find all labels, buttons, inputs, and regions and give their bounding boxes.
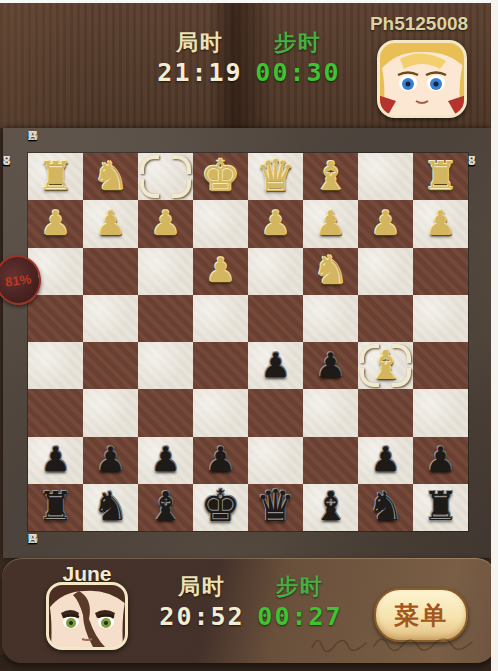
opponent-move-time-label: 步时	[258, 28, 338, 58]
black-rook-h8[interactable]: ♜	[38, 486, 74, 526]
square-e6[interactable]	[193, 389, 248, 436]
black-pawn-b7[interactable]: ♟	[370, 442, 400, 476]
square-a5[interactable]	[413, 342, 468, 389]
black-bishop-c8[interactable]: ♝	[313, 486, 349, 526]
square-g5[interactable]	[83, 342, 138, 389]
white-bishop-c1[interactable]: ♝	[313, 156, 349, 196]
black-queen-d8[interactable]: ♛	[256, 484, 295, 528]
player-move-time: 00:27	[255, 602, 345, 631]
square-d8[interactable]: ♛	[248, 484, 303, 531]
opponent-game-time-label: 局时	[160, 28, 240, 58]
white-pawn-h2[interactable]: ♟	[40, 206, 70, 240]
board-grid: ♜♞♚♛♝♜♟♟♟♟♟♟♟♟♞♟♟♝♟♟♟♟♟♟♜♞♝♚♛♝♞♜	[28, 153, 468, 531]
square-g2[interactable]: ♟	[83, 200, 138, 247]
rank-labels-left: 12345678	[3, 153, 28, 531]
white-pawn-a2[interactable]: ♟	[425, 206, 455, 240]
square-h2[interactable]: ♟	[28, 200, 83, 247]
white-pawn-f2[interactable]: ♟	[150, 206, 180, 240]
player-game-time: 20:52	[152, 602, 252, 631]
white-rook-a1[interactable]: ♜	[423, 156, 459, 196]
last-move-marker-b5	[392, 344, 411, 363]
white-pawn-d2[interactable]: ♟	[260, 206, 290, 240]
square-a1[interactable]: ♜	[413, 153, 468, 200]
square-f1[interactable]	[138, 153, 193, 200]
screenshot-edge-top	[0, 0, 498, 3]
square-e4[interactable]	[193, 295, 248, 342]
player-game-time-label: 局时	[162, 572, 242, 602]
square-f6[interactable]	[138, 389, 193, 436]
black-bishop-f8[interactable]: ♝	[148, 486, 184, 526]
square-h1[interactable]: ♜	[28, 153, 83, 200]
square-c3[interactable]: ♞	[303, 248, 358, 295]
screenshot-edge-right	[491, 0, 498, 671]
square-a6[interactable]	[413, 389, 468, 436]
opponent-bar: 局时 21:19 步时 00:30 Ph5125008	[0, 0, 498, 128]
square-e1[interactable]: ♚	[193, 153, 248, 200]
square-g1[interactable]: ♞	[83, 153, 138, 200]
square-h4[interactable]	[28, 295, 83, 342]
last-move-marker-b5	[360, 344, 379, 363]
square-a8[interactable]: ♜	[413, 484, 468, 531]
square-b8[interactable]: ♞	[358, 484, 413, 531]
square-g8[interactable]: ♞	[83, 484, 138, 531]
square-b3[interactable]	[358, 248, 413, 295]
black-pawn-c5[interactable]: ♟	[315, 348, 345, 382]
square-e5[interactable]	[193, 342, 248, 389]
square-e3[interactable]: ♟	[193, 248, 248, 295]
white-pawn-c2[interactable]: ♟	[315, 206, 345, 240]
square-c7[interactable]	[303, 437, 358, 484]
black-pawn-d5[interactable]: ♟	[260, 348, 290, 382]
white-knight-g1[interactable]: ♞	[93, 156, 129, 196]
square-d6[interactable]	[248, 389, 303, 436]
square-b6[interactable]	[358, 389, 413, 436]
square-e8[interactable]: ♚	[193, 484, 248, 531]
opponent-move-time: 00:30	[253, 58, 343, 87]
square-d7[interactable]	[248, 437, 303, 484]
square-e7[interactable]: ♟	[193, 437, 248, 484]
square-a2[interactable]: ♟	[413, 200, 468, 247]
rank-label-8: 8	[468, 153, 475, 168]
black-pawn-h7[interactable]: ♟	[40, 442, 70, 476]
white-king-e1[interactable]: ♚	[201, 154, 240, 198]
black-knight-g8[interactable]: ♞	[93, 486, 129, 526]
square-b5[interactable]: ♝	[358, 342, 413, 389]
chess-board: HGFEDCBA HGFEDCBA 12345678 12345678 ♜♞♚♛…	[3, 128, 491, 558]
player-avatar[interactable]	[46, 582, 128, 650]
square-c1[interactable]: ♝	[303, 153, 358, 200]
square-a7[interactable]: ♟	[413, 437, 468, 484]
rank-labels-right: 12345678	[468, 153, 491, 531]
last-move-marker-f1	[172, 179, 191, 198]
black-king-e8[interactable]: ♚	[201, 484, 240, 528]
square-g6[interactable]	[83, 389, 138, 436]
square-b7[interactable]: ♟	[358, 437, 413, 484]
square-d4[interactable]	[248, 295, 303, 342]
square-h8[interactable]: ♜	[28, 484, 83, 531]
square-f8[interactable]: ♝	[138, 484, 193, 531]
square-a4[interactable]	[413, 295, 468, 342]
last-move-marker-f1	[140, 155, 159, 174]
square-f5[interactable]	[138, 342, 193, 389]
square-f2[interactable]: ♟	[138, 200, 193, 247]
square-c5[interactable]: ♟	[303, 342, 358, 389]
white-queen-d1[interactable]: ♛	[256, 154, 295, 198]
black-pawn-e7[interactable]: ♟	[205, 442, 235, 476]
file-label-a: A	[28, 531, 37, 546]
square-d5[interactable]: ♟	[248, 342, 303, 389]
square-g3[interactable]	[83, 248, 138, 295]
white-pawn-g2[interactable]: ♟	[95, 206, 125, 240]
square-g4[interactable]	[83, 295, 138, 342]
wood-handwriting-decoration	[308, 630, 478, 656]
square-f3[interactable]	[138, 248, 193, 295]
last-move-marker-f1	[172, 155, 191, 174]
player-avatar-image	[49, 585, 125, 647]
last-move-marker-b5	[360, 368, 379, 387]
white-pawn-e3[interactable]: ♟	[205, 253, 235, 287]
square-b4[interactable]	[358, 295, 413, 342]
file-labels-top: HGFEDCBA	[28, 128, 468, 153]
square-d2[interactable]: ♟	[248, 200, 303, 247]
file-label-a: A	[28, 128, 37, 143]
rank-label-8: 8	[3, 153, 10, 168]
opponent-game-time: 21:19	[150, 58, 250, 87]
last-move-marker-f1	[140, 179, 159, 198]
file-labels-bottom: HGFEDCBA	[28, 531, 468, 558]
black-knight-b8[interactable]: ♞	[368, 486, 404, 526]
square-c6[interactable]	[303, 389, 358, 436]
square-e2[interactable]	[193, 200, 248, 247]
player-bar: June	[2, 558, 496, 663]
opponent-avatar-image	[380, 43, 464, 115]
opponent-avatar[interactable]	[377, 40, 467, 118]
opponent-name: Ph5125008	[358, 13, 480, 35]
square-d1[interactable]: ♛	[248, 153, 303, 200]
black-pawn-f7[interactable]: ♟	[150, 442, 180, 476]
black-rook-a8[interactable]: ♜	[423, 486, 459, 526]
square-h6[interactable]	[28, 389, 83, 436]
player-move-time-label: 步时	[260, 572, 340, 602]
white-rook-h1[interactable]: ♜	[38, 156, 74, 196]
square-b1[interactable]	[358, 153, 413, 200]
square-f4[interactable]	[138, 295, 193, 342]
square-d3[interactable]	[248, 248, 303, 295]
last-move-marker-b5	[392, 368, 411, 387]
square-g7[interactable]: ♟	[83, 437, 138, 484]
square-c4[interactable]	[303, 295, 358, 342]
square-a3[interactable]	[413, 248, 468, 295]
square-h5[interactable]	[28, 342, 83, 389]
white-pawn-b2[interactable]: ♟	[370, 206, 400, 240]
square-f7[interactable]: ♟	[138, 437, 193, 484]
black-pawn-g7[interactable]: ♟	[95, 442, 125, 476]
white-knight-c3[interactable]: ♞	[313, 250, 349, 290]
square-b2[interactable]: ♟	[358, 200, 413, 247]
square-c8[interactable]: ♝	[303, 484, 358, 531]
square-c2[interactable]: ♟	[303, 200, 358, 247]
square-h7[interactable]: ♟	[28, 437, 83, 484]
chess-app-screen: 局时 21:19 步时 00:30 Ph5125008	[0, 0, 498, 671]
black-pawn-a7[interactable]: ♟	[425, 442, 455, 476]
